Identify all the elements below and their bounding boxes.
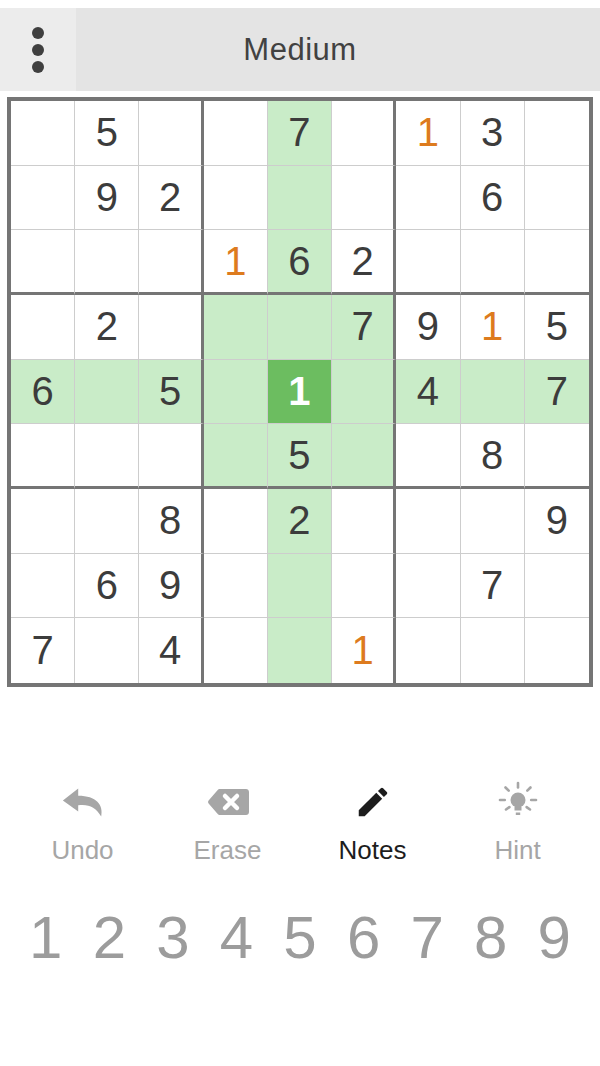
cell-r9c5[interactable] bbox=[268, 618, 332, 683]
cell-r5c9[interactable]: 7 bbox=[525, 360, 589, 425]
cell-r4c3[interactable] bbox=[139, 295, 203, 360]
cell-r3c4[interactable]: 1 bbox=[204, 230, 268, 295]
cell-r2c1[interactable] bbox=[11, 166, 75, 231]
numpad-key-9[interactable]: 9 bbox=[523, 902, 587, 974]
cell-r6c7[interactable] bbox=[396, 424, 460, 489]
cell-r6c5[interactable]: 5 bbox=[268, 424, 332, 489]
cell-r7c6[interactable] bbox=[332, 489, 396, 554]
cell-r3c9[interactable] bbox=[525, 230, 589, 295]
cell-r1c2[interactable]: 5 bbox=[75, 101, 139, 166]
cell-r1c5[interactable]: 7 bbox=[268, 101, 332, 166]
numpad-key-1[interactable]: 1 bbox=[14, 902, 78, 974]
cell-r1c4[interactable] bbox=[204, 101, 268, 166]
cell-r9c7[interactable] bbox=[396, 618, 460, 683]
cell-r5c6[interactable] bbox=[332, 360, 396, 425]
cell-r8c8[interactable]: 7 bbox=[461, 554, 525, 619]
cell-r5c7[interactable]: 4 bbox=[396, 360, 460, 425]
header: Medium bbox=[0, 8, 600, 91]
cell-r1c7[interactable]: 1 bbox=[396, 101, 460, 166]
cell-r8c5[interactable] bbox=[268, 554, 332, 619]
cell-r8c4[interactable] bbox=[204, 554, 268, 619]
cell-r6c3[interactable] bbox=[139, 424, 203, 489]
cell-r4c9[interactable]: 5 bbox=[525, 295, 589, 360]
hint-label: Hint bbox=[494, 835, 540, 866]
numpad-key-2[interactable]: 2 bbox=[78, 902, 142, 974]
cell-r5c3[interactable]: 5 bbox=[139, 360, 203, 425]
cell-r4c1[interactable] bbox=[11, 295, 75, 360]
cell-r6c2[interactable] bbox=[75, 424, 139, 489]
cell-r9c1[interactable]: 7 bbox=[11, 618, 75, 683]
cell-r8c6[interactable] bbox=[332, 554, 396, 619]
cell-r4c8[interactable]: 1 bbox=[461, 295, 525, 360]
cell-r8c7[interactable] bbox=[396, 554, 460, 619]
numpad: 123456789 bbox=[0, 902, 600, 974]
erase-label: Erase bbox=[194, 835, 262, 866]
cell-r9c6[interactable]: 1 bbox=[332, 618, 396, 683]
undo-button[interactable]: Undo bbox=[10, 779, 155, 866]
cell-r7c2[interactable] bbox=[75, 489, 139, 554]
cell-r4c2[interactable]: 2 bbox=[75, 295, 139, 360]
cell-r3c3[interactable] bbox=[139, 230, 203, 295]
cell-r6c1[interactable] bbox=[11, 424, 75, 489]
cell-r7c7[interactable] bbox=[396, 489, 460, 554]
notes-label: Notes bbox=[339, 835, 407, 866]
cell-r9c8[interactable] bbox=[461, 618, 525, 683]
cell-r3c2[interactable] bbox=[75, 230, 139, 295]
cell-r7c4[interactable] bbox=[204, 489, 268, 554]
cell-r7c9[interactable]: 9 bbox=[525, 489, 589, 554]
cell-r3c8[interactable] bbox=[461, 230, 525, 295]
cell-r5c4[interactable] bbox=[204, 360, 268, 425]
hint-button[interactable]: Hint bbox=[445, 779, 590, 866]
cell-r9c9[interactable] bbox=[525, 618, 589, 683]
cell-r4c5[interactable] bbox=[268, 295, 332, 360]
cell-r1c1[interactable] bbox=[11, 101, 75, 166]
cell-r2c4[interactable] bbox=[204, 166, 268, 231]
pencil-icon bbox=[354, 779, 392, 825]
toolbar: UndoEraseNotesHint bbox=[0, 779, 600, 866]
cell-r3c1[interactable] bbox=[11, 230, 75, 295]
numpad-key-4[interactable]: 4 bbox=[205, 902, 269, 974]
cell-r8c2[interactable]: 6 bbox=[75, 554, 139, 619]
cell-r7c1[interactable] bbox=[11, 489, 75, 554]
page-title: Medium bbox=[0, 32, 600, 68]
cell-r6c8[interactable]: 8 bbox=[461, 424, 525, 489]
cell-r2c5[interactable] bbox=[268, 166, 332, 231]
cell-r8c9[interactable] bbox=[525, 554, 589, 619]
cell-r9c3[interactable]: 4 bbox=[139, 618, 203, 683]
undo-icon bbox=[60, 779, 106, 825]
cell-r5c2[interactable] bbox=[75, 360, 139, 425]
cell-r1c6[interactable] bbox=[332, 101, 396, 166]
numpad-key-8[interactable]: 8 bbox=[459, 902, 523, 974]
undo-label: Undo bbox=[51, 835, 113, 866]
cell-r3c5[interactable]: 6 bbox=[268, 230, 332, 295]
cell-r2c3[interactable]: 2 bbox=[139, 166, 203, 231]
cell-r9c2[interactable] bbox=[75, 618, 139, 683]
numpad-key-6[interactable]: 6 bbox=[332, 902, 396, 974]
cell-r2c8[interactable]: 6 bbox=[461, 166, 525, 231]
cell-r3c7[interactable] bbox=[396, 230, 460, 295]
erase-button[interactable]: Erase bbox=[155, 779, 300, 866]
cell-r2c9[interactable] bbox=[525, 166, 589, 231]
cell-r8c3[interactable]: 9 bbox=[139, 554, 203, 619]
cell-r3c6[interactable]: 2 bbox=[332, 230, 396, 295]
cell-r1c9[interactable] bbox=[525, 101, 589, 166]
cell-r5c5[interactable]: 1 bbox=[268, 360, 332, 425]
backspace-icon bbox=[206, 779, 250, 825]
status-bar bbox=[0, 0, 600, 8]
numpad-key-5[interactable]: 5 bbox=[268, 902, 332, 974]
numpad-key-7[interactable]: 7 bbox=[395, 902, 459, 974]
cell-r7c8[interactable] bbox=[461, 489, 525, 554]
sudoku-board: 5713926162279156514758829697741 bbox=[7, 97, 593, 687]
cell-r5c8[interactable] bbox=[461, 360, 525, 425]
lightbulb-icon bbox=[495, 779, 541, 825]
cell-r6c6[interactable] bbox=[332, 424, 396, 489]
numpad-key-3[interactable]: 3 bbox=[141, 902, 205, 974]
cell-r9c4[interactable] bbox=[204, 618, 268, 683]
cell-r5c1[interactable]: 6 bbox=[11, 360, 75, 425]
sudoku-grid: 5713926162279156514758829697741 bbox=[11, 101, 589, 683]
notes-button[interactable]: Notes bbox=[300, 779, 445, 866]
cell-r1c8[interactable]: 3 bbox=[461, 101, 525, 166]
cell-r7c3[interactable]: 8 bbox=[139, 489, 203, 554]
cell-r1c3[interactable] bbox=[139, 101, 203, 166]
cell-r6c9[interactable] bbox=[525, 424, 589, 489]
cell-r2c7[interactable] bbox=[396, 166, 460, 231]
cell-r2c6[interactable] bbox=[332, 166, 396, 231]
cell-r4c7[interactable]: 9 bbox=[396, 295, 460, 360]
cell-r4c6[interactable]: 7 bbox=[332, 295, 396, 360]
cell-r2c2[interactable]: 9 bbox=[75, 166, 139, 231]
cell-r8c1[interactable] bbox=[11, 554, 75, 619]
cell-r7c5[interactable]: 2 bbox=[268, 489, 332, 554]
cell-r6c4[interactable] bbox=[204, 424, 268, 489]
cell-r4c4[interactable] bbox=[204, 295, 268, 360]
